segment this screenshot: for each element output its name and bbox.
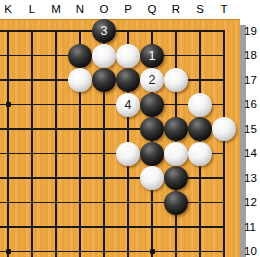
stone-white-T15[interactable] bbox=[212, 117, 236, 141]
grid-line-row-11 bbox=[0, 226, 225, 228]
stone-black-R15[interactable] bbox=[164, 117, 188, 141]
stone-black-O19[interactable]: 3 bbox=[92, 19, 116, 43]
stone-white-S14[interactable] bbox=[188, 142, 212, 166]
grid-line-col-T bbox=[223, 30, 225, 257]
grid-line-col-M bbox=[55, 30, 57, 257]
row-label-14: 14 bbox=[244, 146, 260, 161]
stone-black-P17[interactable] bbox=[116, 68, 140, 92]
stone-black-O17[interactable] bbox=[92, 68, 116, 92]
stone-black-Q14[interactable] bbox=[140, 142, 164, 166]
row-label-11: 11 bbox=[244, 220, 260, 235]
stone-black-N18[interactable] bbox=[68, 44, 92, 68]
stone-black-Q16[interactable] bbox=[140, 93, 164, 117]
stone-black-R12[interactable] bbox=[164, 191, 188, 215]
stone-black-R13[interactable] bbox=[164, 166, 188, 190]
column-label-T: T bbox=[215, 1, 233, 17]
grid-line-row-10 bbox=[0, 251, 225, 253]
star-point-K16 bbox=[6, 102, 11, 107]
stone-white-Q13[interactable] bbox=[140, 166, 164, 190]
grid-line-col-K bbox=[7, 30, 9, 257]
row-label-19: 19 bbox=[244, 24, 260, 39]
column-label-Q: Q bbox=[143, 1, 161, 17]
stone-white-O18[interactable] bbox=[92, 44, 116, 68]
grid-line-row-13 bbox=[0, 177, 225, 179]
stone-white-R17[interactable] bbox=[164, 68, 188, 92]
column-label-R: R bbox=[167, 1, 185, 17]
row-label-10: 10 bbox=[244, 244, 260, 257]
row-label-15: 15 bbox=[244, 122, 260, 137]
row-label-12: 12 bbox=[244, 195, 260, 210]
go-diagram: 3124 KLMNOPQRST19181716151413121110 bbox=[0, 0, 260, 257]
stone-white-P18[interactable] bbox=[116, 44, 140, 68]
move-number-label: 4 bbox=[116, 93, 140, 117]
stone-black-Q15[interactable] bbox=[140, 117, 164, 141]
stone-black-Q18[interactable]: 1 bbox=[140, 44, 164, 68]
star-point-Q10 bbox=[150, 249, 155, 254]
grid-line-col-L bbox=[31, 30, 33, 257]
grid-line-row-12 bbox=[0, 202, 225, 204]
stone-black-S15[interactable] bbox=[188, 117, 212, 141]
column-label-P: P bbox=[119, 1, 137, 17]
row-label-17: 17 bbox=[244, 73, 260, 88]
move-number-label: 3 bbox=[92, 19, 116, 43]
stone-white-S16[interactable] bbox=[188, 93, 212, 117]
stone-white-P14[interactable] bbox=[116, 142, 140, 166]
column-label-S: S bbox=[191, 1, 209, 17]
move-number-label: 1 bbox=[140, 44, 164, 68]
column-label-M: M bbox=[47, 1, 65, 17]
stone-white-Q17[interactable]: 2 bbox=[140, 68, 164, 92]
stone-white-N17[interactable] bbox=[68, 68, 92, 92]
column-label-O: O bbox=[95, 1, 113, 17]
row-label-18: 18 bbox=[244, 48, 260, 63]
stone-white-P16[interactable]: 4 bbox=[116, 93, 140, 117]
row-label-16: 16 bbox=[244, 97, 260, 112]
column-label-N: N bbox=[71, 1, 89, 17]
row-label-13: 13 bbox=[244, 171, 260, 186]
move-number-label: 2 bbox=[140, 68, 164, 92]
column-label-L: L bbox=[23, 1, 41, 17]
stone-white-R14[interactable] bbox=[164, 142, 188, 166]
star-point-K10 bbox=[6, 249, 11, 254]
column-label-K: K bbox=[0, 1, 17, 17]
